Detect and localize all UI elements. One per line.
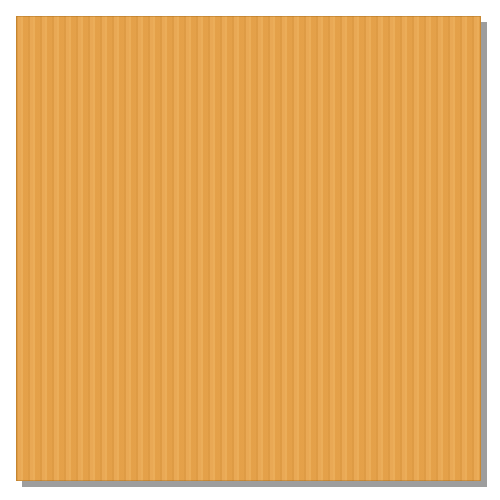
board-grid [16, 16, 481, 481]
go-board[interactable] [16, 16, 481, 481]
